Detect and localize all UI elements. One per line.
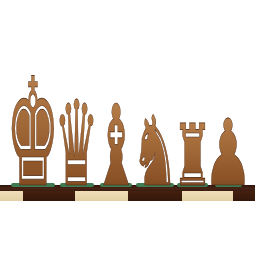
chess-set-photo: ♚ ♛ ♝ ♞ ♜ ♟ bbox=[0, 0, 255, 255]
king-piece: ♚ bbox=[6, 46, 60, 221]
knight-piece: ♞ bbox=[131, 95, 179, 208]
chess-pieces-layer: ♚ ♛ ♝ ♞ ♜ ♟ bbox=[0, 0, 255, 255]
pawn-piece: ♟ bbox=[203, 100, 252, 207]
